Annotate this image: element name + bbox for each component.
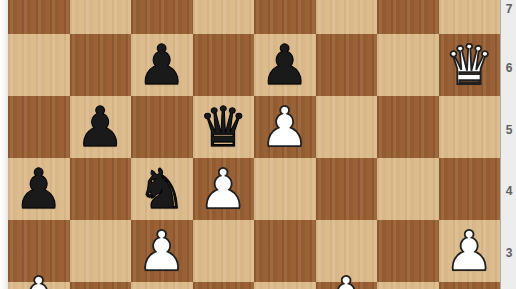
square-a7[interactable]	[8, 0, 70, 34]
piece-black-queen-d5[interactable]: ♛	[193, 96, 255, 158]
square-a6[interactable]	[8, 34, 70, 96]
square-b3[interactable]	[70, 220, 132, 282]
square-d6[interactable]	[193, 34, 255, 96]
piece-white-queen-h6[interactable]: ♛	[439, 34, 501, 96]
square-e7[interactable]	[254, 0, 316, 34]
square-e2[interactable]	[254, 282, 316, 289]
piece-white-pawn-c3[interactable]: ♟	[131, 220, 193, 282]
square-c5[interactable]	[131, 96, 193, 158]
rank-label-6: 6	[501, 61, 516, 75]
piece-white-pawn-f2[interactable]: ♟	[316, 266, 378, 289]
square-d2[interactable]	[193, 282, 255, 289]
square-a5[interactable]	[8, 96, 70, 158]
rank-label-7: 7	[501, 2, 516, 16]
piece-black-knight-c4[interactable]: ♞	[131, 158, 193, 220]
square-g6[interactable]	[377, 34, 439, 96]
piece-white-pawn-h3[interactable]: ♟	[439, 220, 501, 282]
rank-coordinate-margin: 76543	[500, 0, 516, 289]
square-f5[interactable]	[316, 96, 378, 158]
square-h5[interactable]	[439, 96, 501, 158]
rank-label-5: 5	[501, 123, 516, 137]
square-d7[interactable]	[193, 0, 255, 34]
square-g4[interactable]	[377, 158, 439, 220]
square-g5[interactable]	[377, 96, 439, 158]
square-f4[interactable]	[316, 158, 378, 220]
square-f6[interactable]	[316, 34, 378, 96]
piece-black-pawn-a4[interactable]: ♟	[8, 158, 70, 220]
piece-black-pawn-c6[interactable]: ♟	[131, 34, 193, 96]
square-c2[interactable]	[131, 282, 193, 289]
rank-label-3: 3	[501, 246, 516, 260]
piece-white-pawn-e5[interactable]: ♟	[254, 96, 316, 158]
square-g3[interactable]	[377, 220, 439, 282]
square-h2[interactable]	[439, 282, 501, 289]
square-g7[interactable]	[377, 0, 439, 34]
chess-board[interactable]: ♟♟♛♟♛♟♟♞♟♟♟♟♟	[8, 0, 500, 289]
window-left-strip	[0, 0, 8, 289]
rank-label-4: 4	[501, 184, 516, 198]
square-e4[interactable]	[254, 158, 316, 220]
square-h7[interactable]	[439, 0, 501, 34]
square-h4[interactable]	[439, 158, 501, 220]
square-d3[interactable]	[193, 220, 255, 282]
square-b6[interactable]	[70, 34, 132, 96]
square-b7[interactable]	[70, 0, 132, 34]
piece-black-pawn-b5[interactable]: ♟	[70, 96, 132, 158]
piece-black-pawn-e6[interactable]: ♟	[254, 34, 316, 96]
chess-board-viewport: ♟♟♛♟♛♟♟♞♟♟♟♟♟ 76543	[0, 0, 516, 289]
square-b2[interactable]	[70, 282, 132, 289]
piece-white-pawn-d4[interactable]: ♟	[193, 158, 255, 220]
square-c7[interactable]	[131, 0, 193, 34]
square-f7[interactable]	[316, 0, 378, 34]
square-e3[interactable]	[254, 220, 316, 282]
piece-white-pawn-a2[interactable]: ♟	[8, 266, 70, 289]
square-g2[interactable]	[377, 282, 439, 289]
square-b4[interactable]	[70, 158, 132, 220]
